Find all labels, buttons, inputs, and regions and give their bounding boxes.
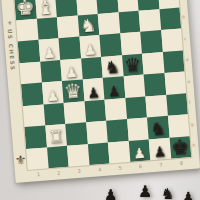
square-g3 (65, 122, 87, 145)
rank-label-6: 6 (139, 163, 143, 169)
us-chess-crest-icon: ⚜ (7, 19, 13, 26)
rank-label-2: 2 (57, 169, 61, 175)
black-pawn-h7: ♟ (153, 144, 167, 159)
square-f2 (43, 102, 65, 125)
rank-label-1: 1 (37, 171, 41, 177)
captured-black-piece-3: ♞ (161, 187, 174, 200)
square-b8 (159, 7, 181, 30)
rank-label-5: 5 (118, 165, 122, 171)
black-pawn-e5: ♟ (107, 83, 121, 98)
square-b6 (118, 10, 140, 33)
square-c8 (161, 29, 183, 52)
black-king-h8: ♚ (170, 136, 189, 157)
square-d1 (19, 61, 41, 84)
rank-label-3: 3 (77, 168, 81, 174)
square-d2 (40, 60, 62, 83)
white-pawn-c4: ♟ (83, 42, 97, 57)
square-f7 (145, 94, 167, 117)
black-queen-d6: ♛ (123, 55, 141, 75)
white-king-a1: ♚ (15, 0, 35, 19)
square-b5 (98, 12, 120, 35)
square-h1 (26, 147, 48, 170)
square-f1 (23, 104, 45, 127)
square-c1 (18, 40, 40, 63)
white-rook-g2: ♜ (48, 128, 65, 146)
file-label-e: e (187, 79, 190, 84)
file-label-c: c (184, 36, 187, 41)
us-chess-brand-text: US CHESS (7, 29, 16, 72)
white-knight-b4: ♞ (80, 16, 98, 35)
captured-black-piece-1: ♟ (104, 188, 117, 200)
square-g6 (127, 117, 149, 140)
square-e1 (21, 83, 43, 106)
square-g1 (24, 126, 46, 149)
captured-black-piece-4: ♟ (182, 190, 195, 200)
square-h3 (67, 144, 89, 167)
square-f4 (84, 99, 106, 122)
square-e8 (164, 71, 186, 94)
square-d8 (162, 50, 184, 73)
photo-frame: ⚜ US CHESS ⚜ ♚♝♞♟♟♟♛♟♜♟♛♞♟♟♞♟♚ 12345678a… (0, 0, 200, 200)
square-a3 (55, 0, 77, 17)
square-g5 (106, 119, 128, 142)
file-label-d: d (185, 57, 188, 62)
rank-label-4: 4 (98, 166, 102, 172)
square-c7 (140, 30, 162, 53)
captured-black-piece-2: ♟ (138, 184, 152, 200)
file-label-b: b (182, 14, 185, 19)
board-grid: ♚♝♞♟♟♟♛♟♜♟♛♞♟♟♞♟♚ (14, 0, 191, 170)
square-b3 (57, 15, 79, 38)
us-chess-corner-logo-icon: ⚜ (14, 152, 27, 168)
file-label-f: f (189, 100, 191, 105)
square-c6 (120, 32, 142, 55)
square-h4 (87, 142, 109, 165)
square-d4 (81, 56, 103, 79)
white-bishop-a2: ♝ (37, 0, 55, 17)
square-d7 (142, 52, 164, 75)
square-e6 (123, 75, 145, 98)
square-f3 (64, 101, 86, 124)
file-label-g: g (190, 122, 193, 127)
square-h2 (47, 145, 69, 168)
black-pawn-e4: ♟ (87, 85, 101, 100)
square-f5 (104, 98, 126, 121)
square-g4 (86, 121, 108, 144)
white-pawn-e2: ♟ (46, 88, 60, 103)
square-b1 (16, 18, 38, 41)
square-h5 (108, 141, 130, 164)
square-b2 (36, 17, 58, 40)
square-c3 (59, 37, 81, 60)
white-pawn-c2: ♟ (43, 45, 57, 60)
square-b7 (139, 9, 161, 32)
file-label-h: h (192, 143, 195, 148)
white-queen-e3: ♛ (63, 80, 82, 101)
square-e7 (144, 73, 166, 96)
rank-label-8: 8 (180, 160, 184, 166)
square-f8 (166, 93, 188, 116)
square-c5 (99, 33, 121, 56)
square-f6 (125, 96, 147, 119)
rank-label-7: 7 (159, 161, 163, 167)
black-knight-d5: ♞ (104, 58, 121, 76)
white-pawn-h6: ♟ (133, 146, 147, 161)
chess-board: ⚜ US CHESS ⚜ ♚♝♞♟♟♟♛♟♜♟♛♞♟♟♞♟♚ 12345678a… (1, 0, 200, 183)
black-knight-g7: ♞ (149, 119, 167, 138)
